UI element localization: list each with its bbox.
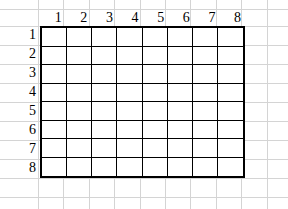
grid-cell[interactable] (168, 102, 193, 121)
grid-cell[interactable] (143, 158, 168, 177)
grid-cell[interactable] (117, 139, 142, 158)
grid-cell[interactable] (168, 65, 193, 84)
grid-cell[interactable] (42, 102, 67, 121)
col-label-3: 3 (91, 9, 117, 26)
grid-cell[interactable] (92, 158, 117, 177)
grid-cell[interactable] (168, 158, 193, 177)
col-label-7: 7 (194, 9, 220, 26)
grid-cell[interactable] (218, 139, 243, 158)
row-label-5: 5 (0, 101, 36, 120)
grid-cell[interactable] (42, 139, 67, 158)
grid-cell[interactable] (117, 121, 142, 140)
grid-cell[interactable] (193, 121, 218, 140)
grid-cell[interactable] (143, 84, 168, 103)
grid-cell[interactable] (143, 102, 168, 121)
row-label-3: 3 (0, 63, 36, 82)
row-label-1: 1 (0, 25, 36, 44)
grid-cell[interactable] (117, 158, 142, 177)
grid-cell[interactable] (218, 84, 243, 103)
grid-cell[interactable] (117, 65, 142, 84)
grid-cell[interactable] (67, 47, 92, 66)
grid-cell[interactable] (42, 84, 67, 103)
grid-cell[interactable] (143, 65, 168, 84)
grid-cell[interactable] (67, 139, 92, 158)
col-label-5: 5 (143, 9, 169, 26)
grid-cell[interactable] (218, 121, 243, 140)
grid-cell[interactable] (117, 28, 142, 47)
grid-cell[interactable] (168, 121, 193, 140)
grid-cell[interactable] (92, 139, 117, 158)
row-label-6: 6 (0, 120, 36, 139)
grid-cell[interactable] (168, 47, 193, 66)
grid-cell[interactable] (193, 139, 218, 158)
grid-cell[interactable] (92, 65, 117, 84)
grid-cell[interactable] (143, 139, 168, 158)
grid-cell[interactable] (67, 84, 92, 103)
col-label-2: 2 (66, 9, 92, 26)
grid-cell[interactable] (218, 28, 243, 47)
col-label-1: 1 (40, 9, 66, 26)
grid-cell[interactable] (92, 102, 117, 121)
row-label-8: 8 (0, 158, 36, 177)
grid-cell[interactable] (143, 28, 168, 47)
grid-cell[interactable] (218, 65, 243, 84)
grid-cell[interactable] (143, 121, 168, 140)
spreadsheet-canvas: 1 2 3 4 5 6 7 8 1 2 3 4 5 6 7 8 (0, 0, 288, 209)
row-label-4: 4 (0, 82, 36, 101)
col-label-8: 8 (219, 9, 245, 26)
row-label-2: 2 (0, 44, 36, 63)
grid-cell[interactable] (92, 28, 117, 47)
grid-cell[interactable] (193, 84, 218, 103)
grid-cell[interactable] (168, 84, 193, 103)
grid-cell[interactable] (42, 65, 67, 84)
grid-cell[interactable] (67, 102, 92, 121)
grid-cell[interactable] (193, 47, 218, 66)
grid-cell[interactable] (117, 84, 142, 103)
grid-cell[interactable] (42, 47, 67, 66)
grid-cell[interactable] (193, 65, 218, 84)
grid-cell[interactable] (92, 47, 117, 66)
board-table (40, 26, 245, 178)
grid-cell[interactable] (218, 47, 243, 66)
grid-cell[interactable] (117, 102, 142, 121)
grid-cell[interactable] (67, 158, 92, 177)
grid-cell[interactable] (218, 158, 243, 177)
grid-cell[interactable] (193, 158, 218, 177)
grid-cell[interactable] (168, 139, 193, 158)
grid-cell[interactable] (92, 121, 117, 140)
grid-cell[interactable] (143, 47, 168, 66)
grid-cell[interactable] (42, 28, 67, 47)
grid-cell[interactable] (193, 102, 218, 121)
grid-cell[interactable] (117, 47, 142, 66)
row-label-7: 7 (0, 139, 36, 158)
row-labels: 1 2 3 4 5 6 7 8 (0, 26, 36, 178)
grid-cell[interactable] (218, 102, 243, 121)
grid-cell[interactable] (67, 121, 92, 140)
grid-cell[interactable] (92, 84, 117, 103)
col-label-4: 4 (117, 9, 143, 26)
grid-cell[interactable] (42, 158, 67, 177)
col-label-6: 6 (168, 9, 194, 26)
column-labels: 1 2 3 4 5 6 7 8 (40, 9, 245, 26)
grid-cell[interactable] (42, 121, 67, 140)
grid-cell[interactable] (67, 65, 92, 84)
grid-cell[interactable] (168, 28, 193, 47)
grid-cell[interactable] (67, 28, 92, 47)
grid-cell[interactable] (193, 28, 218, 47)
